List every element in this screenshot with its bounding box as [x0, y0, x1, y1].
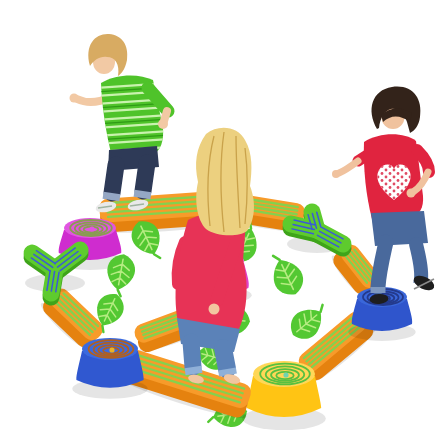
balance-course-scene [0, 0, 448, 448]
right-branch-piece [287, 212, 347, 253]
leaf-pad [264, 248, 309, 300]
boy-leg-right [143, 163, 147, 191]
blondegirl-hand [209, 304, 220, 315]
blondegirl-cuff-back [193, 367, 194, 374]
scene-photo [0, 0, 448, 448]
darkgirl-leg-front [378, 242, 386, 287]
branch-right [287, 212, 347, 253]
boy-far-hand [70, 94, 79, 103]
yellow-stump [242, 361, 326, 430]
boy-near-hand [158, 119, 168, 129]
stump-blue-left [72, 338, 148, 399]
darkgirl-leg-back [416, 244, 421, 279]
branch-left [25, 248, 85, 297]
child-boy [70, 34, 169, 214]
darkgirl-far-hand [332, 170, 340, 178]
boy-cuff-left [111, 193, 112, 200]
boy-cuff-right [142, 191, 143, 198]
blondegirl-cuff-front [227, 369, 228, 375]
left-branch-piece [25, 248, 85, 297]
boy-leg-left [112, 165, 116, 193]
blondegirl-leg-front [223, 348, 227, 369]
darkgirl-far-forearm [339, 161, 358, 173]
blue-stump-left [72, 338, 148, 399]
darkgirl-near-hand [407, 189, 416, 198]
stump-yellow [242, 361, 326, 430]
blondegirl-leg-back [191, 342, 193, 367]
child-girl-blonde [176, 128, 254, 386]
